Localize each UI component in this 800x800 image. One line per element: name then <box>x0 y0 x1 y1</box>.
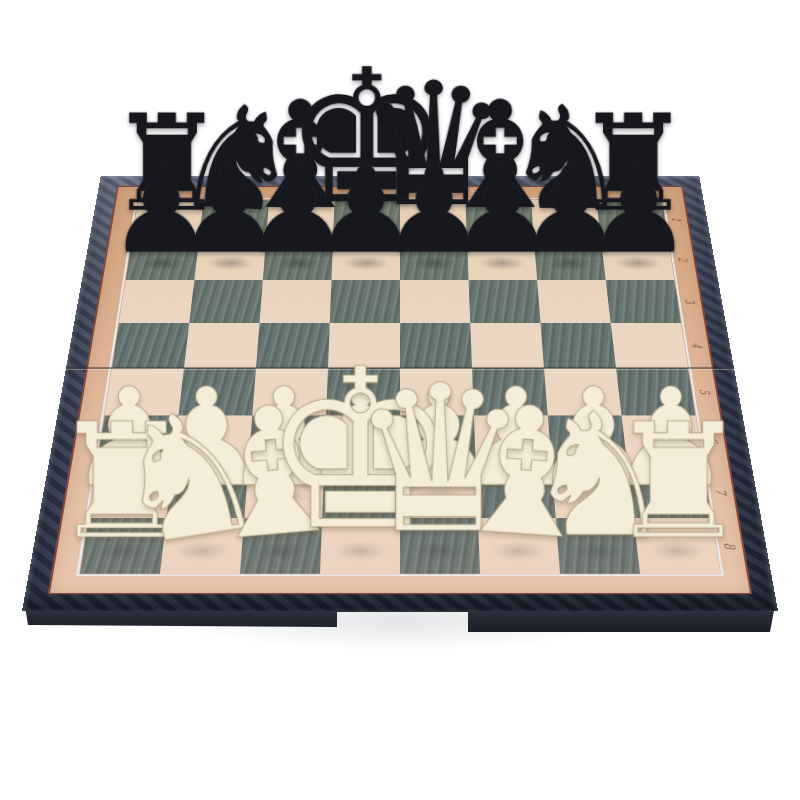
square-c7 <box>263 239 333 280</box>
square-d6 <box>330 280 400 323</box>
square-b6 <box>189 280 263 323</box>
square-e8 <box>400 200 467 239</box>
square-b8 <box>199 200 269 239</box>
white-rook-glyph: ♜ <box>607 402 750 561</box>
square-g8 <box>531 200 601 239</box>
square-a7 <box>126 239 199 280</box>
square-e6 <box>400 280 470 323</box>
square-f6 <box>469 280 541 323</box>
square-d8 <box>333 200 400 239</box>
square-a8 <box>132 200 204 239</box>
piece-white-rook-h1: ♜ <box>634 518 721 574</box>
square-g7 <box>534 239 606 280</box>
square-c8 <box>266 200 334 239</box>
square-c6 <box>260 280 332 323</box>
chess-board: 12345678 ♜♞♝♚♛♝♞♜♟♟♟♟♟♟♟♟♟♟♟♟♟♟♟♟♜♞♝♚♛♝♞… <box>22 176 778 611</box>
square-a6 <box>119 280 194 323</box>
square-g6 <box>537 280 611 323</box>
perspective-scene: 12345678 ♜♞♝♚♛♝♞♜♟♟♟♟♟♟♟♟♟♟♟♟♟♟♟♟♜♞♝♚♛♝♞… <box>0 0 800 800</box>
product-photo-stage: 12345678 ♜♞♝♚♛♝♞♜♟♟♟♟♟♟♟♟♟♟♟♟♟♟♟♟♜♞♝♚♛♝♞… <box>0 0 800 800</box>
square-h6 <box>606 280 681 323</box>
square-h8 <box>596 200 668 239</box>
square-f7 <box>467 239 537 280</box>
square-b7 <box>194 239 266 280</box>
square-d7 <box>331 239 400 280</box>
square-e7 <box>400 239 469 280</box>
square-h7 <box>601 239 674 280</box>
square-f8 <box>465 200 533 239</box>
